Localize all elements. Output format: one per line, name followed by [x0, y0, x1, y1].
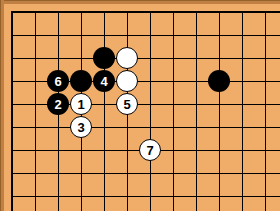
stone-black: 2 [47, 93, 69, 115]
stone-white: 1 [70, 93, 92, 115]
stones-layer: 6421537 [0, 0, 280, 211]
move-number: 3 [77, 121, 84, 134]
move-number: 5 [123, 98, 130, 111]
stone-black: 4 [93, 70, 115, 92]
move-number: 6 [54, 75, 61, 88]
stone-white [116, 47, 138, 69]
stone-black [208, 70, 230, 92]
stone-white: 7 [139, 139, 161, 161]
stone-white [116, 70, 138, 92]
stone-white: 5 [116, 93, 138, 115]
stone-black [93, 47, 115, 69]
stone-white: 3 [70, 116, 92, 138]
move-number: 4 [100, 75, 107, 88]
stone-black: 6 [47, 70, 69, 92]
move-number: 2 [54, 98, 61, 111]
stone-black [70, 70, 92, 92]
go-diagram: 6421537 [0, 0, 280, 211]
move-number: 1 [77, 98, 84, 111]
move-number: 7 [146, 144, 153, 157]
